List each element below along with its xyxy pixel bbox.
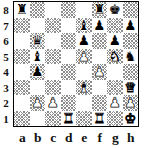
- white-pawn[interactable]: ♟: [92, 64, 108, 80]
- white-pawn[interactable]: ♟: [107, 95, 123, 111]
- square-f2[interactable]: [92, 95, 108, 111]
- file-label-h: h: [123, 128, 139, 148]
- square-g3[interactable]: [107, 80, 123, 96]
- square-g4[interactable]: [107, 64, 123, 80]
- square-c2[interactable]: ♟: [45, 95, 61, 111]
- file-label-b: b: [30, 128, 46, 148]
- white-king[interactable]: ♚: [123, 111, 139, 127]
- square-b4[interactable]: ♟: [30, 64, 46, 80]
- square-a5[interactable]: [14, 49, 30, 65]
- black-pawn[interactable]: ♟: [92, 18, 108, 34]
- square-h8[interactable]: [123, 2, 139, 18]
- square-c3[interactable]: [45, 80, 61, 96]
- square-h7[interactable]: ♟: [123, 18, 139, 34]
- white-rook[interactable]: ♜: [92, 111, 108, 127]
- square-g2[interactable]: ♟: [107, 95, 123, 111]
- square-d7[interactable]: [61, 18, 77, 34]
- square-c5[interactable]: [45, 49, 61, 65]
- square-a3[interactable]: [14, 80, 30, 96]
- rank-label-1: 1: [0, 111, 12, 127]
- rank-label-8: 8: [0, 3, 12, 19]
- square-d4[interactable]: [61, 64, 77, 80]
- square-e3[interactable]: ♝: [76, 80, 92, 96]
- square-d8[interactable]: [61, 2, 77, 18]
- white-rook[interactable]: ♜: [61, 111, 77, 127]
- square-d6[interactable]: [61, 33, 77, 49]
- square-h6[interactable]: [123, 33, 139, 49]
- square-f5[interactable]: [92, 49, 108, 65]
- square-a4[interactable]: [14, 64, 30, 80]
- square-f1[interactable]: ♜: [92, 111, 108, 127]
- square-c7[interactable]: [45, 18, 61, 34]
- white-knight[interactable]: ♞: [107, 49, 123, 65]
- square-a2[interactable]: [14, 95, 30, 111]
- square-c1[interactable]: [45, 111, 61, 127]
- square-g1[interactable]: [107, 111, 123, 127]
- square-h3[interactable]: ♛: [123, 80, 139, 96]
- square-d5[interactable]: [61, 49, 77, 65]
- rank-label-2: 2: [0, 96, 12, 112]
- black-king[interactable]: ♚: [107, 2, 123, 18]
- square-c4[interactable]: [45, 64, 61, 80]
- square-b5[interactable]: ♝: [30, 49, 46, 65]
- file-labels: abcdefgh: [15, 128, 139, 148]
- white-queen[interactable]: ♛: [123, 80, 139, 96]
- square-d2[interactable]: [61, 95, 77, 111]
- square-b1[interactable]: [30, 111, 46, 127]
- rank-label-4: 4: [0, 65, 12, 81]
- file-label-c: c: [46, 128, 62, 148]
- square-g5[interactable]: ♞: [107, 49, 123, 65]
- black-bishop[interactable]: ♝: [30, 49, 46, 65]
- square-f7[interactable]: ♟: [92, 18, 108, 34]
- square-c8[interactable]: [45, 2, 61, 18]
- square-g7[interactable]: [107, 18, 123, 34]
- square-b7[interactable]: [30, 18, 46, 34]
- white-pawn[interactable]: ♟: [30, 95, 46, 111]
- square-e1[interactable]: [76, 111, 92, 127]
- square-b6[interactable]: ♛: [30, 33, 46, 49]
- file-label-a: a: [15, 128, 31, 148]
- square-f8[interactable]: ♜: [92, 2, 108, 18]
- square-c6[interactable]: [45, 33, 61, 49]
- black-rook[interactable]: ♜: [14, 2, 30, 18]
- square-e5[interactable]: ♟: [76, 49, 92, 65]
- square-f3[interactable]: [92, 80, 108, 96]
- rank-label-3: 3: [0, 80, 12, 96]
- white-pawn[interactable]: ♟: [76, 49, 92, 65]
- black-pawn[interactable]: ♟: [123, 18, 139, 34]
- white-pawn[interactable]: ♟: [45, 95, 61, 111]
- square-a8[interactable]: ♜: [14, 2, 30, 18]
- rank-label-5: 5: [0, 49, 12, 65]
- square-a7[interactable]: [14, 18, 30, 34]
- square-g8[interactable]: ♚: [107, 2, 123, 18]
- white-pawn[interactable]: ♟: [123, 95, 139, 111]
- file-label-g: g: [108, 128, 124, 148]
- square-b8[interactable]: [30, 2, 46, 18]
- black-bishop[interactable]: ♝: [76, 18, 92, 34]
- square-f6[interactable]: [92, 33, 108, 49]
- square-g6[interactable]: ♟: [107, 33, 123, 49]
- chess-board[interactable]: ♜♜♚♝♟♟♛♟♟♝♟♞♞♟♟♝♛♟♟♟♟♜♜♚: [13, 1, 139, 127]
- file-label-d: d: [61, 128, 77, 148]
- black-knight[interactable]: ♞: [123, 49, 139, 65]
- rank-label-6: 6: [0, 34, 12, 50]
- square-h5[interactable]: ♞: [123, 49, 139, 65]
- black-queen[interactable]: ♛: [30, 33, 46, 49]
- square-e8[interactable]: [76, 2, 92, 18]
- square-e2[interactable]: [76, 95, 92, 111]
- file-label-e: e: [77, 128, 93, 148]
- square-a1[interactable]: [14, 111, 30, 127]
- square-e4[interactable]: [76, 64, 92, 80]
- white-bishop[interactable]: ♝: [76, 80, 92, 96]
- square-d1[interactable]: ♜: [61, 111, 77, 127]
- square-e6[interactable]: ♟: [76, 33, 92, 49]
- rank-label-7: 7: [0, 18, 12, 34]
- chess-diagram: 87654321 ♜♜♚♝♟♟♛♟♟♝♟♞♞♟♟♝♛♟♟♟♟♜♜♚ abcdef…: [0, 0, 145, 148]
- square-h1[interactable]: ♚: [123, 111, 139, 127]
- black-pawn[interactable]: ♟: [76, 33, 92, 49]
- black-pawn[interactable]: ♟: [107, 33, 123, 49]
- square-h2[interactable]: ♟: [123, 95, 139, 111]
- square-f4[interactable]: ♟: [92, 64, 108, 80]
- square-h4[interactable]: [123, 64, 139, 80]
- square-a6[interactable]: [14, 33, 30, 49]
- file-label-f: f: [92, 128, 108, 148]
- square-b2[interactable]: ♟: [30, 95, 46, 111]
- black-pawn[interactable]: ♟: [30, 64, 46, 80]
- rank-labels: 87654321: [0, 3, 12, 127]
- square-b3[interactable]: [30, 80, 46, 96]
- square-d3[interactable]: [61, 80, 77, 96]
- square-e7[interactable]: ♝: [76, 18, 92, 34]
- black-rook[interactable]: ♜: [92, 2, 108, 18]
